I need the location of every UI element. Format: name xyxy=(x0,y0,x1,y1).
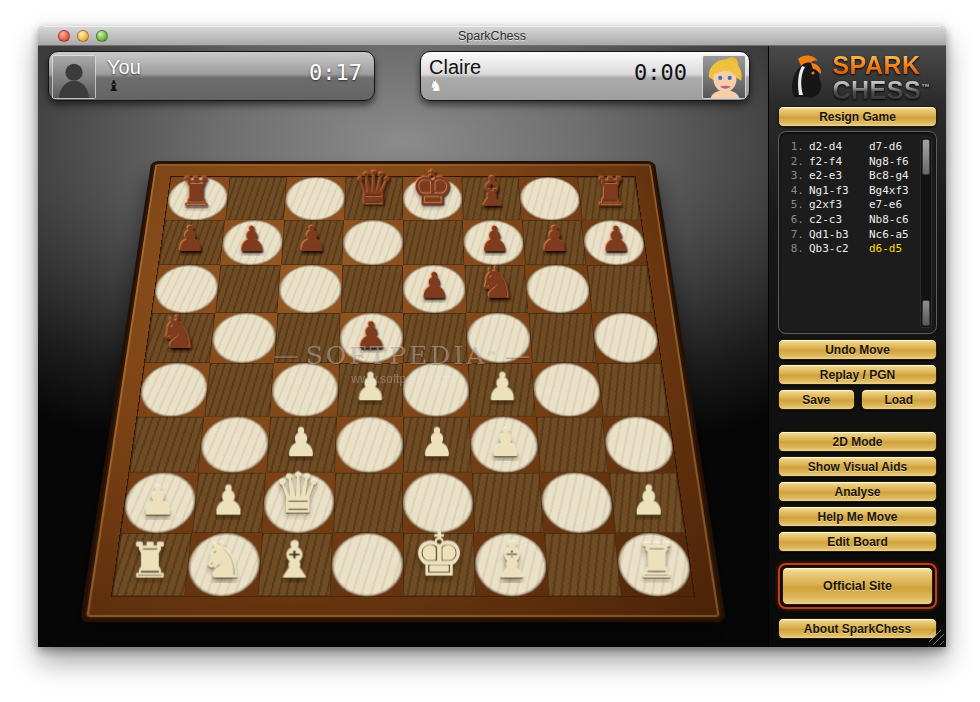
piece-white-rook-h1[interactable]: ♜ xyxy=(620,502,692,583)
analyse-button[interactable]: Analyse xyxy=(778,481,937,502)
piece-black-pawn-c7[interactable]: ♟ xyxy=(282,187,343,255)
square-d2[interactable] xyxy=(333,472,403,532)
move-list[interactable]: 1.d2-d4d7-d6 2.f2-f4Ng8-f6 3.e2-e3Bc8-g4… xyxy=(778,131,937,334)
sidebar: SPARK CHESS™ Resign Game 1.d2-d4d7-d6 2.… xyxy=(768,46,946,647)
square-c5[interactable] xyxy=(274,312,340,362)
piece-black-knight-f6[interactable]: ♞ xyxy=(465,233,527,303)
replay-pgn-button[interactable]: Replay / PGN xyxy=(778,364,937,385)
show-visual-aids-button[interactable]: Show Visual Aids xyxy=(778,456,937,477)
app-window: SparkChess You ♝ 0:17 xyxy=(38,26,946,647)
sparkchess-logo-horse-icon xyxy=(784,53,830,103)
piece-black-queen-d8[interactable]: ♛ xyxy=(344,145,403,211)
logo-word-spark: SPARK xyxy=(832,54,930,76)
piece-white-knight-b1[interactable]: ♞ xyxy=(186,502,258,583)
titlebar[interactable]: SparkChess xyxy=(38,26,946,46)
black-player-avatar xyxy=(702,55,746,99)
save-button[interactable]: Save xyxy=(778,389,855,410)
piece-white-pawn-f3[interactable]: ♟ xyxy=(471,384,539,460)
last-move-highlight: d6-d5 xyxy=(869,242,916,257)
piece-black-pawn-e6[interactable]: ♟ xyxy=(403,233,465,303)
square-g1[interactable] xyxy=(544,532,621,596)
square-g5[interactable] xyxy=(528,312,596,362)
piece-white-king-e1[interactable]: ♚ xyxy=(403,502,475,583)
window-resize-grip[interactable] xyxy=(929,630,944,645)
piece-black-pawn-h7[interactable]: ♟ xyxy=(585,187,646,255)
piece-white-pawn-e3[interactable]: ♟ xyxy=(403,384,471,460)
square-h6[interactable] xyxy=(586,265,654,313)
square-h5[interactable] xyxy=(591,312,661,362)
load-button[interactable]: Load xyxy=(861,389,938,410)
undo-move-button[interactable]: Undo Move xyxy=(778,339,937,360)
player-bar-black: Claire ♞ 0:00 xyxy=(420,51,750,101)
square-b4[interactable] xyxy=(204,363,274,416)
square-g4[interactable] xyxy=(532,363,602,416)
move-row: 7.Qd1-b3Nc6-a5 xyxy=(787,228,916,243)
square-d7[interactable] xyxy=(342,219,403,264)
piece-white-rook-a1[interactable]: ♜ xyxy=(114,502,186,583)
piece-white-pawn-d4[interactable]: ♟ xyxy=(337,331,403,405)
board-scene: ♜♛♚♝♜♟♟♟♟♟♟♟♞♞♟♟♟♟♟♟♟♟♛♟♜♞♝♚♝♜ xyxy=(38,102,768,647)
move-row: 2.f2-f4Ng8-f6 xyxy=(787,155,916,170)
chess-board[interactable]: ♜♛♚♝♜♟♟♟♟♟♟♟♞♞♟♟♟♟♟♟♟♟♛♟♜♞♝♚♝♜ xyxy=(84,163,723,619)
board-pane: You ♝ 0:17 Claire ♞ 0:00 xyxy=(38,46,768,647)
square-e5[interactable] xyxy=(403,312,468,362)
help-me-move-button[interactable]: Help Me Move xyxy=(778,506,937,527)
square-d3[interactable] xyxy=(335,416,403,472)
square-g2[interactable] xyxy=(540,472,615,532)
square-g3[interactable] xyxy=(536,416,608,472)
square-b6[interactable] xyxy=(215,265,281,313)
scrollbar-thumb[interactable] xyxy=(922,139,930,175)
square-g6[interactable] xyxy=(525,265,591,313)
piece-white-bishop-f1[interactable]: ♝ xyxy=(475,502,547,583)
piece-black-pawn-g7[interactable]: ♟ xyxy=(524,187,585,255)
move-row: 1.d2-d4d7-d6 xyxy=(787,140,916,155)
move-row: 5.g2xf3e7-e6 xyxy=(787,198,916,213)
move-row: 8.Qb3-c2d6-d5 xyxy=(787,242,916,257)
piece-black-knight-a5[interactable]: ♞ xyxy=(146,280,210,352)
white-captured-black-bishop-icon: ♝ xyxy=(107,78,303,94)
square-d1[interactable] xyxy=(330,532,403,596)
piece-black-king-e8[interactable]: ♚ xyxy=(403,145,462,211)
move-row: 6.c2-c3Nb8-c6 xyxy=(787,213,916,228)
black-clock: 0:00 xyxy=(634,52,699,100)
square-c6[interactable] xyxy=(278,265,342,313)
white-player-avatar xyxy=(52,55,96,99)
black-captured-white-knight-icon: ♞ xyxy=(429,78,628,94)
scrollbar-down-button[interactable] xyxy=(922,300,930,326)
piece-black-pawn-b7[interactable]: ♟ xyxy=(221,187,282,255)
resign-game-button[interactable]: Resign Game xyxy=(778,106,937,127)
logo-word-chess: CHESS™ xyxy=(832,76,930,101)
square-a4[interactable] xyxy=(137,363,209,416)
move-list-scrollbar[interactable] xyxy=(920,137,932,328)
white-player-name: You xyxy=(107,56,303,78)
square-h4[interactable] xyxy=(597,363,669,416)
square-b5[interactable] xyxy=(210,312,278,362)
piece-white-bishop-c1[interactable]: ♝ xyxy=(258,502,330,583)
piece-black-pawn-a7[interactable]: ♟ xyxy=(160,187,221,255)
player-bar-white: You ♝ 0:17 xyxy=(48,51,375,101)
white-clock: 0:17 xyxy=(309,52,374,100)
window-title: SparkChess xyxy=(38,29,946,43)
black-player-name: Claire xyxy=(429,56,628,78)
official-site-button[interactable]: Official Site xyxy=(782,567,933,605)
edit-board-button[interactable]: Edit Board xyxy=(778,531,937,552)
official-site-highlight-frame: Official Site xyxy=(778,563,937,609)
move-row: 3.e2-e3Bc8-g4 xyxy=(787,169,916,184)
sparkchess-logo: SPARK CHESS™ xyxy=(778,50,937,106)
2d-mode-button[interactable]: 2D Mode xyxy=(778,431,937,452)
move-row: 4.Ng1-f3Bg4xf3 xyxy=(787,184,916,199)
about-sparkchess-button[interactable]: About SparkChess xyxy=(778,618,937,639)
